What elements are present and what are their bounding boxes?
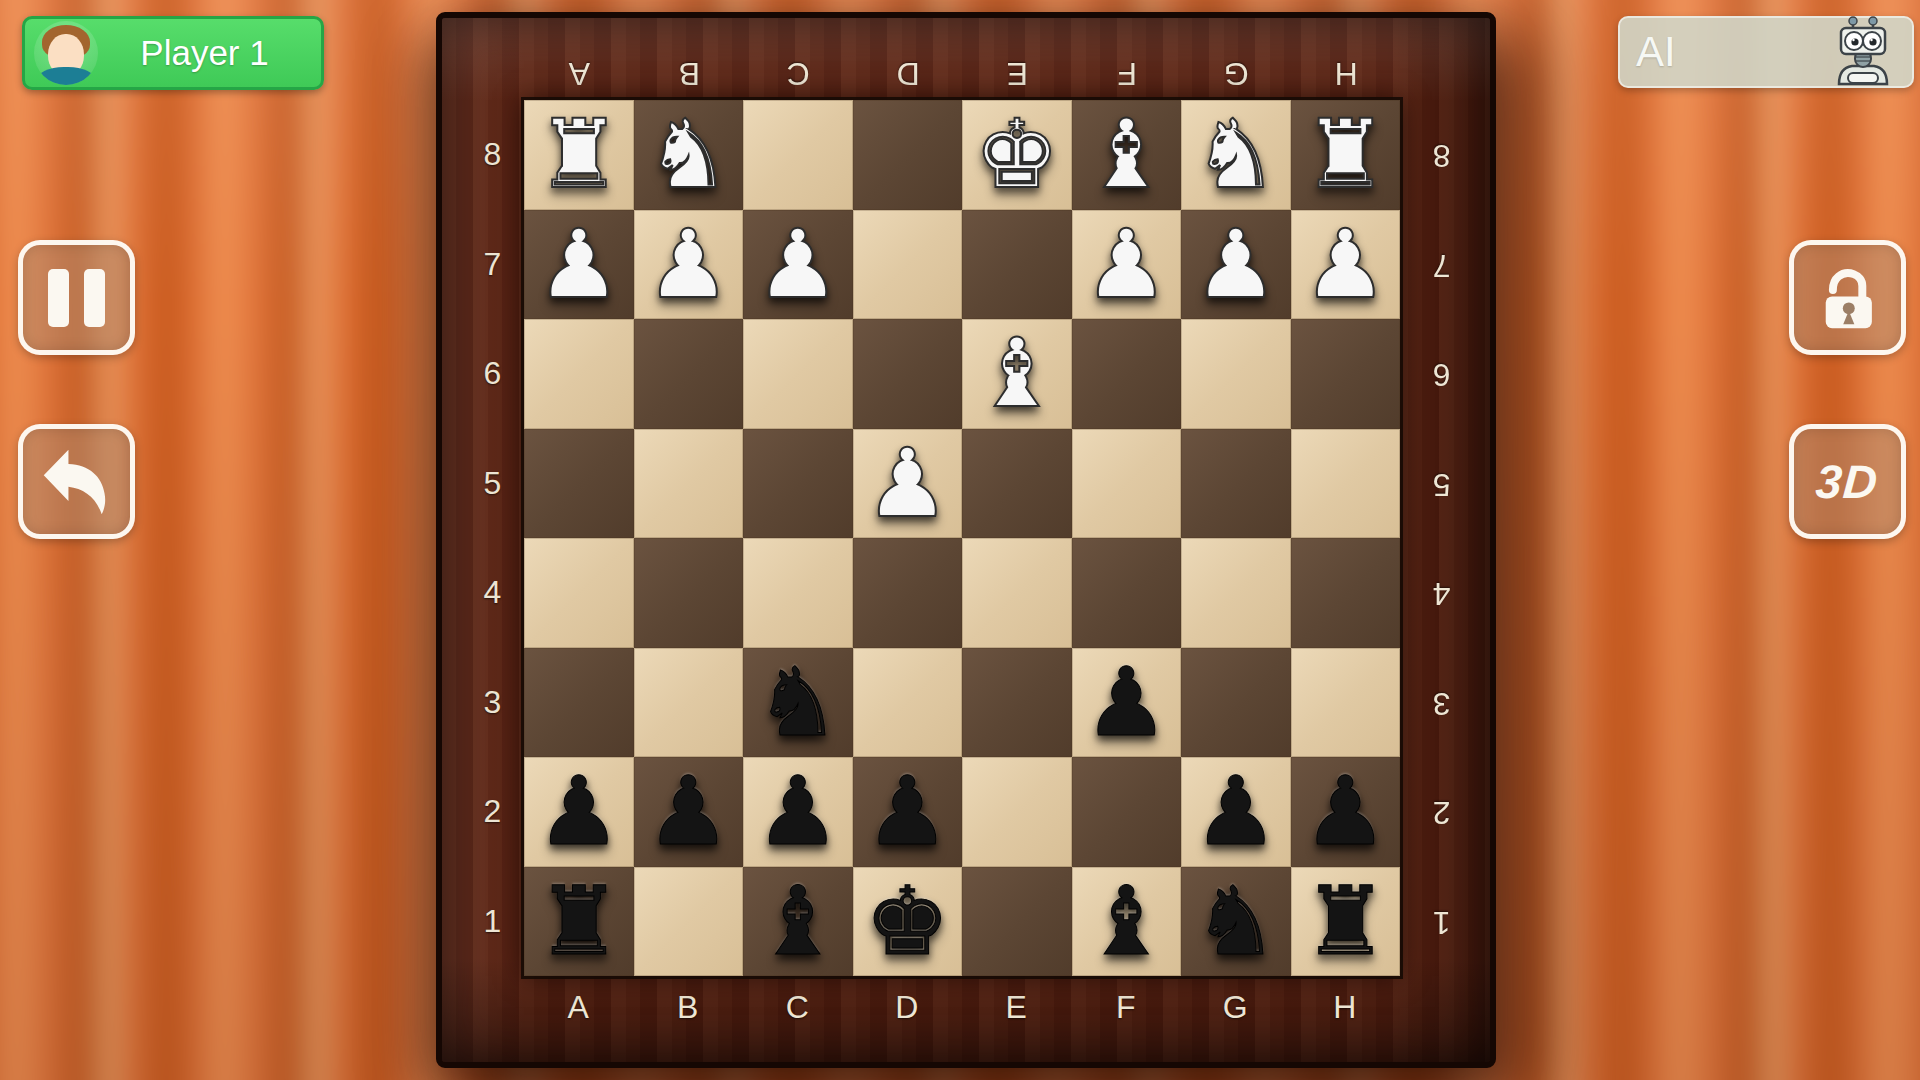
square-g2[interactable]: ♟ xyxy=(1181,757,1291,867)
undo-arrow-icon xyxy=(39,444,115,520)
square-d3[interactable] xyxy=(853,648,963,758)
file-label-bottom-e: E xyxy=(962,978,1072,1036)
coord-ranks-left: 87654321 xyxy=(464,100,522,976)
piece-white-knight[interactable]: ♞ xyxy=(646,107,731,202)
ai-label: AI xyxy=(1636,28,1676,76)
square-h7[interactable]: ♟ xyxy=(1291,210,1401,320)
undo-button[interactable] xyxy=(18,424,135,539)
chess-board-frame: ABCDEFGH 87654321 87654321 ABCDEFGH ♜♞♚♝… xyxy=(436,12,1496,1068)
piece-white-rook[interactable]: ♜ xyxy=(1303,107,1388,202)
file-label-top-f: F xyxy=(1072,44,1182,104)
piece-black-pawn[interactable]: ♟ xyxy=(1193,764,1278,859)
square-a2[interactable]: ♟ xyxy=(524,757,634,867)
piece-white-pawn[interactable]: ♟ xyxy=(865,436,950,531)
file-label-top-a: A xyxy=(524,44,634,104)
square-b5[interactable] xyxy=(634,429,744,539)
square-c6[interactable] xyxy=(743,319,853,429)
square-e4[interactable] xyxy=(962,538,1072,648)
square-c2[interactable]: ♟ xyxy=(743,757,853,867)
square-e5[interactable] xyxy=(962,429,1072,539)
pause-button[interactable] xyxy=(18,240,135,355)
piece-black-knight[interactable]: ♞ xyxy=(755,655,840,750)
piece-white-pawn[interactable]: ♟ xyxy=(1303,217,1388,312)
square-h4[interactable] xyxy=(1291,538,1401,648)
square-b8[interactable]: ♞ xyxy=(634,100,744,210)
square-d8[interactable] xyxy=(853,100,963,210)
piece-black-pawn[interactable]: ♟ xyxy=(646,764,731,859)
piece-black-king[interactable]: ♚ xyxy=(865,874,950,969)
file-label-top-b: B xyxy=(634,44,744,104)
square-d6[interactable] xyxy=(853,319,963,429)
square-f8[interactable]: ♝ xyxy=(1072,100,1182,210)
piece-white-bishop[interactable]: ♝ xyxy=(1084,107,1169,202)
rank-label-left-7: 7 xyxy=(464,210,522,320)
file-label-top-g: G xyxy=(1181,44,1291,104)
piece-white-pawn[interactable]: ♟ xyxy=(1084,217,1169,312)
piece-black-rook[interactable]: ♜ xyxy=(536,874,621,969)
square-h2[interactable]: ♟ xyxy=(1291,757,1401,867)
square-h3[interactable] xyxy=(1291,648,1401,758)
square-a7[interactable]: ♟ xyxy=(524,210,634,320)
file-label-bottom-c: C xyxy=(743,978,853,1036)
file-label-bottom-a: A xyxy=(524,978,634,1036)
rank-label-right-2: 2 xyxy=(1404,757,1478,867)
file-label-bottom-b: B xyxy=(634,978,744,1036)
square-e3[interactable] xyxy=(962,648,1072,758)
square-b2[interactable]: ♟ xyxy=(634,757,744,867)
player-badge: Player 1 xyxy=(22,16,324,90)
square-b6[interactable] xyxy=(634,319,744,429)
robot-icon xyxy=(1830,16,1896,88)
piece-black-pawn[interactable]: ♟ xyxy=(1303,764,1388,859)
piece-white-king[interactable]: ♚ xyxy=(974,107,1059,202)
piece-black-pawn[interactable]: ♟ xyxy=(536,764,621,859)
square-e8[interactable]: ♚ xyxy=(962,100,1072,210)
rank-label-right-3: 3 xyxy=(1404,648,1478,758)
square-d1[interactable]: ♚ xyxy=(853,867,963,977)
square-g4[interactable] xyxy=(1181,538,1291,648)
square-g6[interactable] xyxy=(1181,319,1291,429)
square-f4[interactable] xyxy=(1072,538,1182,648)
square-a6[interactable] xyxy=(524,319,634,429)
ai-badge: AI xyxy=(1618,16,1914,88)
square-b3[interactable] xyxy=(634,648,744,758)
rank-label-left-4: 4 xyxy=(464,538,522,648)
square-e6[interactable]: ♝ xyxy=(962,319,1072,429)
rank-label-right-8: 8 xyxy=(1404,100,1478,210)
piece-black-pawn[interactable]: ♟ xyxy=(1084,655,1169,750)
square-b4[interactable] xyxy=(634,538,744,648)
piece-white-pawn[interactable]: ♟ xyxy=(646,217,731,312)
rank-label-left-5: 5 xyxy=(464,429,522,539)
square-h6[interactable] xyxy=(1291,319,1401,429)
square-h8[interactable]: ♜ xyxy=(1291,100,1401,210)
file-label-bottom-g: G xyxy=(1181,978,1291,1036)
player-name: Player 1 xyxy=(98,33,321,73)
square-b7[interactable]: ♟ xyxy=(634,210,744,320)
square-d7[interactable] xyxy=(853,210,963,320)
square-a5[interactable] xyxy=(524,429,634,539)
piece-white-rook[interactable]: ♜ xyxy=(536,107,621,202)
rank-label-right-1: 1 xyxy=(1404,867,1478,977)
3d-view-button[interactable]: 3D xyxy=(1789,424,1906,539)
file-label-bottom-d: D xyxy=(853,978,963,1036)
file-label-bottom-f: F xyxy=(1072,978,1182,1036)
rank-label-left-6: 6 xyxy=(464,319,522,429)
piece-black-bishop[interactable]: ♝ xyxy=(755,874,840,969)
square-g8[interactable]: ♞ xyxy=(1181,100,1291,210)
square-e7[interactable] xyxy=(962,210,1072,320)
square-g5[interactable] xyxy=(1181,429,1291,539)
square-g3[interactable] xyxy=(1181,648,1291,758)
pause-icon xyxy=(48,269,105,327)
square-f7[interactable]: ♟ xyxy=(1072,210,1182,320)
square-f3[interactable]: ♟ xyxy=(1072,648,1182,758)
square-a3[interactable] xyxy=(524,648,634,758)
piece-black-rook[interactable]: ♜ xyxy=(1303,874,1388,969)
square-d5[interactable]: ♟ xyxy=(853,429,963,539)
3d-label: 3D xyxy=(1815,454,1881,509)
piece-white-bishop[interactable]: ♝ xyxy=(974,326,1059,421)
square-c1[interactable]: ♝ xyxy=(743,867,853,977)
unlock-icon xyxy=(1813,263,1883,333)
square-g1[interactable]: ♞ xyxy=(1181,867,1291,977)
square-h5[interactable] xyxy=(1291,429,1401,539)
square-d2[interactable]: ♟ xyxy=(853,757,963,867)
rank-label-left-2: 2 xyxy=(464,757,522,867)
file-label-bottom-h: H xyxy=(1291,978,1401,1036)
square-e1[interactable] xyxy=(962,867,1072,977)
piece-black-pawn[interactable]: ♟ xyxy=(865,764,950,859)
piece-white-pawn[interactable]: ♟ xyxy=(1193,217,1278,312)
square-f1[interactable]: ♝ xyxy=(1072,867,1182,977)
file-label-top-e: E xyxy=(962,44,1072,104)
square-h1[interactable]: ♜ xyxy=(1291,867,1401,977)
square-c5[interactable] xyxy=(743,429,853,539)
piece-white-pawn[interactable]: ♟ xyxy=(755,217,840,312)
square-b1[interactable] xyxy=(634,867,744,977)
piece-white-pawn[interactable]: ♟ xyxy=(536,217,621,312)
square-a8[interactable]: ♜ xyxy=(524,100,634,210)
rank-label-left-1: 1 xyxy=(464,867,522,977)
square-c4[interactable] xyxy=(743,538,853,648)
coord-files-top: ABCDEFGH xyxy=(524,44,1400,104)
piece-black-pawn[interactable]: ♟ xyxy=(755,764,840,859)
boy-avatar-icon xyxy=(34,21,98,85)
rank-label-right-4: 4 xyxy=(1404,538,1478,648)
square-f6[interactable] xyxy=(1072,319,1182,429)
board-squares[interactable]: ♜♞♚♝♞♜♟♟♟♟♟♟♝♟♞♟♟♟♟♟♟♟♜♝♚♝♞♜ xyxy=(524,100,1400,976)
square-f5[interactable] xyxy=(1072,429,1182,539)
rank-label-right-7: 7 xyxy=(1404,210,1478,320)
piece-black-knight[interactable]: ♞ xyxy=(1193,874,1278,969)
piece-black-bishop[interactable]: ♝ xyxy=(1084,874,1169,969)
piece-white-knight[interactable]: ♞ xyxy=(1193,107,1278,202)
square-c8[interactable] xyxy=(743,100,853,210)
file-label-top-h: H xyxy=(1291,44,1401,104)
file-label-top-c: C xyxy=(743,44,853,104)
square-a4[interactable] xyxy=(524,538,634,648)
coord-files-bottom: ABCDEFGH xyxy=(524,978,1400,1036)
square-g7[interactable]: ♟ xyxy=(1181,210,1291,320)
square-f2[interactable] xyxy=(1072,757,1182,867)
rank-label-left-8: 8 xyxy=(464,100,522,210)
file-label-top-d: D xyxy=(853,44,963,104)
square-e2[interactable] xyxy=(962,757,1072,867)
lock-button[interactable] xyxy=(1789,240,1906,355)
rank-label-right-5: 5 xyxy=(1404,429,1478,539)
square-d4[interactable] xyxy=(853,538,963,648)
rank-label-right-6: 6 xyxy=(1404,319,1478,429)
square-c7[interactable]: ♟ xyxy=(743,210,853,320)
coord-ranks-right: 87654321 xyxy=(1404,100,1478,976)
rank-label-left-3: 3 xyxy=(464,648,522,758)
square-c3[interactable]: ♞ xyxy=(743,648,853,758)
square-a1[interactable]: ♜ xyxy=(524,867,634,977)
